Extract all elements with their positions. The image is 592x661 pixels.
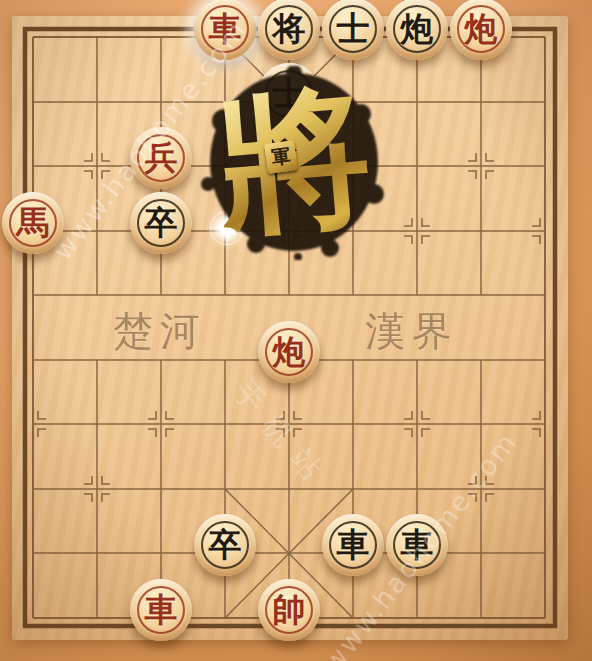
piece-character: 車 <box>337 528 370 561</box>
piece-black-chariot[interactable]: 車 <box>386 514 448 576</box>
piece-red-cannon[interactable]: 炮 <box>450 0 512 60</box>
piece-black-advisor[interactable]: 士 <box>258 63 320 125</box>
piece-character: 卒 <box>209 528 242 561</box>
piece-black-advisor[interactable]: 士 <box>322 0 384 60</box>
piece-black-soldier[interactable]: 卒 <box>194 514 256 576</box>
piece-character: 炮 <box>465 12 498 45</box>
piece-black-cannon[interactable]: 炮 <box>386 0 448 60</box>
piece-red-chariot[interactable]: 車 <box>130 579 192 641</box>
piece-black-soldier[interactable]: 卒 <box>130 192 192 254</box>
piece-character: 士 <box>273 77 306 110</box>
piece-black-chariot[interactable]: 車 <box>322 514 384 576</box>
piece-character: 車 <box>145 593 178 626</box>
piece-character: 車 <box>209 12 242 45</box>
piece-red-horse[interactable]: 馬 <box>2 192 64 254</box>
piece-character: 兵 <box>145 141 178 174</box>
piece-character: 将 <box>273 12 306 45</box>
piece-red-general[interactable]: 帥 <box>258 579 320 641</box>
piece-red-chariot[interactable]: 車 <box>194 0 256 60</box>
xiangqi-board[interactable]: 楚河 漢界 車将士炮炮士兵馬卒炮卒車車車帥 將 軍 www.haohome.co… <box>0 0 592 661</box>
piece-character: 炮 <box>401 12 434 45</box>
river-label-chu-he: 楚河 <box>113 304 207 359</box>
piece-character: 帥 <box>273 593 306 626</box>
river-label-han-jie: 漢界 <box>365 304 459 359</box>
piece-red-cannon[interactable]: 炮 <box>258 321 320 383</box>
piece-black-general[interactable]: 将 <box>258 0 320 60</box>
piece-character: 士 <box>337 12 370 45</box>
piece-character: 炮 <box>273 335 306 368</box>
piece-character: 卒 <box>145 206 178 239</box>
piece-character: 馬 <box>17 206 50 239</box>
piece-character: 車 <box>401 528 434 561</box>
piece-red-soldier[interactable]: 兵 <box>130 127 192 189</box>
